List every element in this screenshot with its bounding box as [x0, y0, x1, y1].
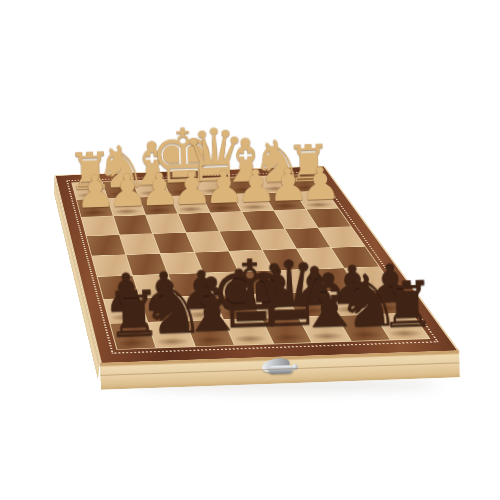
black-rook[interactable]: ♜ [378, 272, 436, 336]
board-tilt-wrapper: ♜♞♝♚♛♝♞♜♟♟♟♟♟♟♟♟♟♟♟♟♟♟♟♟♜♞♝♚♛♝♞♜ [0, 0, 500, 500]
chessboard: ♜♞♝♚♛♝♞♜♟♟♟♟♟♟♟♟♟♟♟♟♟♟♟♟♜♞♝♚♛♝♞♜ [54, 166, 460, 365]
metal-latch[interactable] [261, 357, 300, 378]
square[interactable]: ♜ [375, 313, 429, 339]
chess-set-scene: ♜♞♝♚♛♝♞♜♟♟♟♟♟♟♟♟♟♟♟♟♟♟♟♟♜♞♝♚♛♝♞♜ [88, 0, 460, 364]
product-photo: ♜♞♝♚♛♝♞♜♟♟♟♟♟♟♟♟♟♟♟♟♟♟♟♟♜♞♝♚♛♝♞♜ [0, 0, 500, 500]
latch-plate-icon [269, 365, 293, 374]
white-pawn[interactable]: ♟ [299, 160, 341, 206]
box-front-edge [100, 350, 460, 389]
board-squares: ♜♞♝♚♛♝♞♜♟♟♟♟♟♟♟♟♟♟♟♟♟♟♟♟♜♞♝♚♛♝♞♜ [71, 174, 430, 350]
latch-knob-icon [292, 364, 298, 370]
